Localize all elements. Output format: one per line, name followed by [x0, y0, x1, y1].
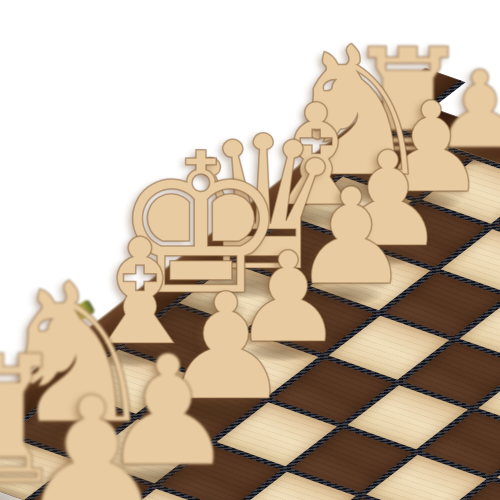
pieces-layer: ♟♜♟♞♟♝♟♛♟♚♟♝♟♞♟♜ — [0, 0, 500, 500]
piece-white-rook-h1: ♜ — [0, 333, 71, 500]
photo-canvas: ♟♜♟♞♟♝♟♛♟♚♟♝♟♞♟♜ — [0, 0, 500, 500]
